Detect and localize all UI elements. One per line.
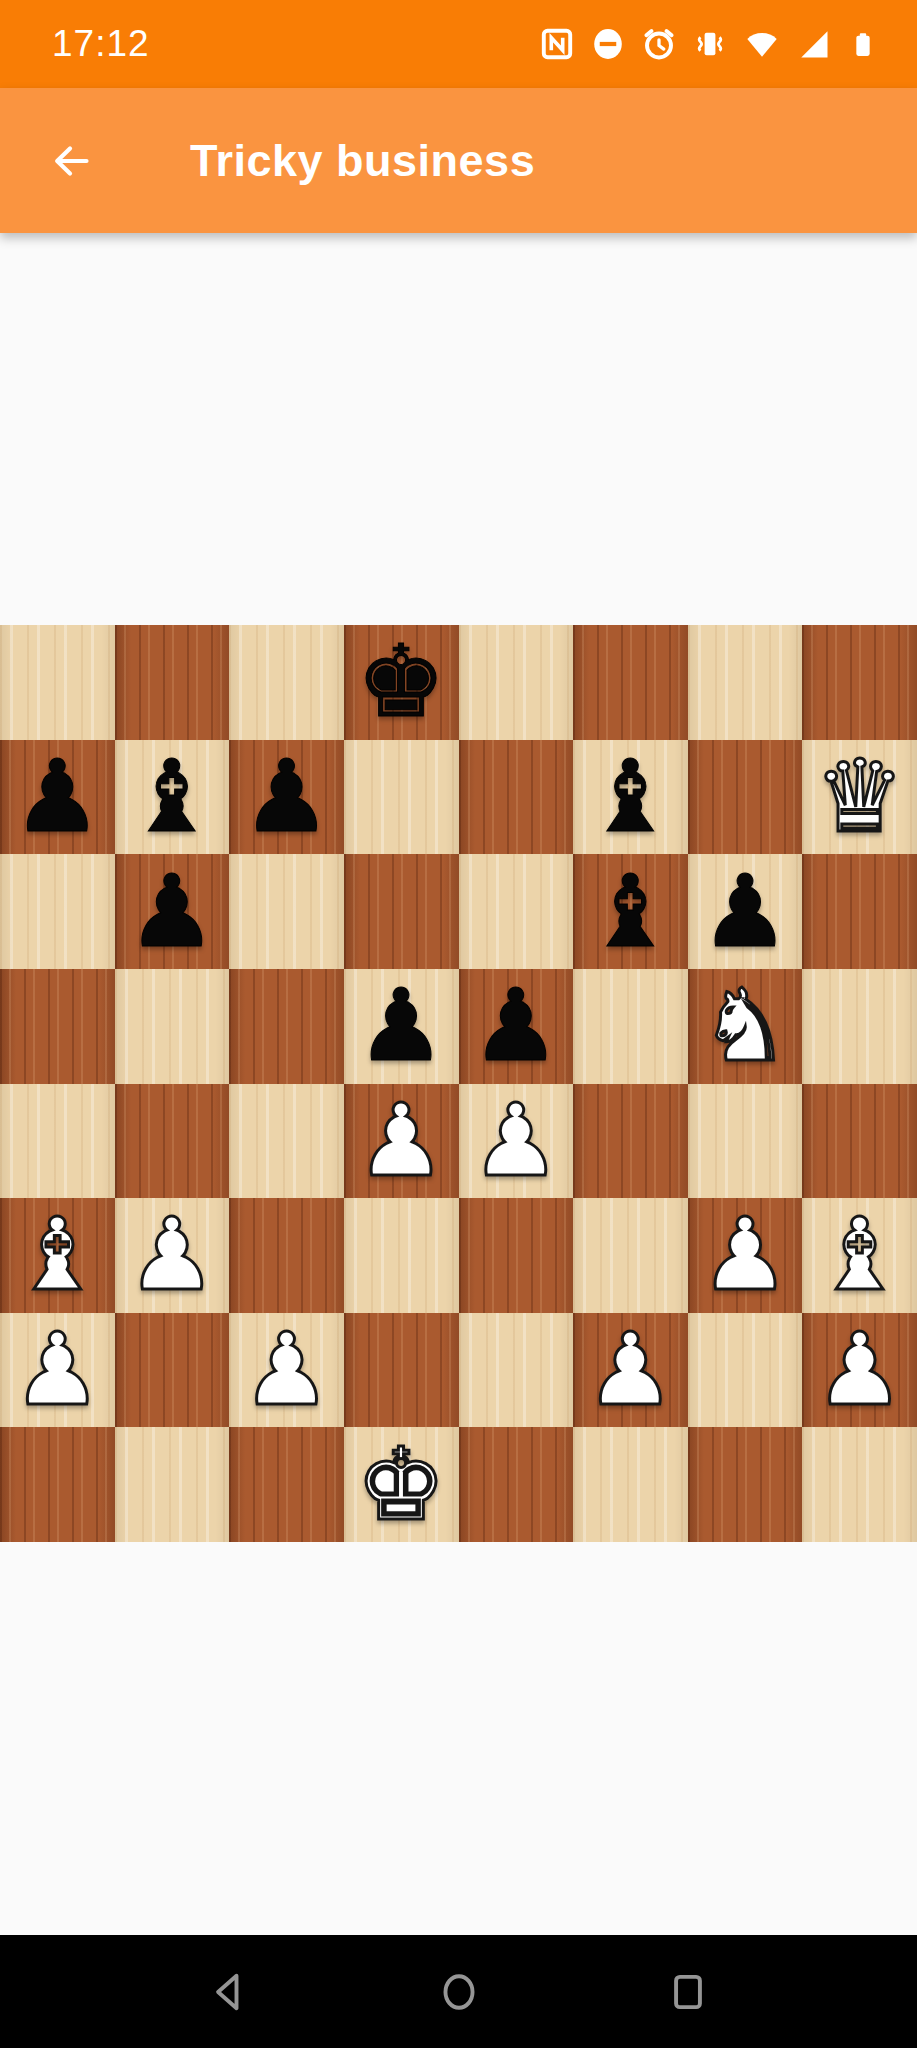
square-g2[interactable]: [688, 1313, 803, 1428]
white-bishop: ♝: [12, 1205, 102, 1305]
nav-recents-icon: [662, 1966, 714, 2018]
white-pawn: ♟: [242, 1320, 332, 1420]
black-pawn: ♟: [700, 862, 790, 962]
square-d6[interactable]: [344, 854, 459, 969]
square-f5[interactable]: [573, 969, 688, 1084]
black-pawn: ♟: [12, 747, 102, 847]
content-area-top: [0, 233, 917, 625]
black-king: ♚: [356, 632, 446, 732]
square-h4[interactable]: [802, 1084, 917, 1199]
square-f1[interactable]: [573, 1427, 688, 1542]
square-b4[interactable]: [115, 1084, 230, 1199]
square-h7[interactable]: ♛: [802, 740, 917, 855]
square-e6[interactable]: [459, 854, 574, 969]
black-bishop: ♝: [127, 747, 217, 847]
square-a3[interactable]: ♝: [0, 1198, 115, 1313]
square-e5[interactable]: ♟: [459, 969, 574, 1084]
white-pawn: ♟: [471, 1091, 561, 1191]
square-c7[interactable]: ♟: [229, 740, 344, 855]
status-bar: 17:12: [0, 0, 917, 88]
battery-icon: [847, 26, 879, 62]
black-pawn: ♟: [127, 862, 217, 962]
square-d3[interactable]: [344, 1198, 459, 1313]
square-b5[interactable]: [115, 969, 230, 1084]
arrow-left-icon: [48, 139, 92, 183]
android-nav-bar: [0, 1935, 917, 2048]
chess-board[interactable]: ♚♟♝♟♝♛♟♝♟♟♟♞♟♟♝♟♟♝♟♟♟♟♚: [0, 625, 917, 1542]
square-h6[interactable]: [802, 854, 917, 969]
white-pawn: ♟: [586, 1320, 676, 1420]
square-b7[interactable]: ♝: [115, 740, 230, 855]
square-g3[interactable]: ♟: [688, 1198, 803, 1313]
square-g5[interactable]: ♞: [688, 969, 803, 1084]
vibrate-icon: [692, 26, 728, 62]
square-a1[interactable]: [0, 1427, 115, 1542]
black-pawn: ♟: [242, 747, 332, 847]
square-d8[interactable]: ♚: [344, 625, 459, 740]
white-king: ♚: [356, 1435, 446, 1535]
square-b1[interactable]: [115, 1427, 230, 1542]
square-h5[interactable]: [802, 969, 917, 1084]
square-c2[interactable]: ♟: [229, 1313, 344, 1428]
cell-signal-icon: [796, 26, 832, 62]
status-icons: [539, 26, 879, 62]
nav-home-button[interactable]: [429, 1962, 489, 2022]
white-pawn: ♟: [815, 1320, 905, 1420]
square-h3[interactable]: ♝: [802, 1198, 917, 1313]
white-bishop: ♝: [815, 1205, 905, 1305]
square-f4[interactable]: [573, 1084, 688, 1199]
square-a5[interactable]: [0, 969, 115, 1084]
square-e7[interactable]: [459, 740, 574, 855]
square-h1[interactable]: [802, 1427, 917, 1542]
square-g1[interactable]: [688, 1427, 803, 1542]
white-pawn: ♟: [356, 1091, 446, 1191]
square-h2[interactable]: ♟: [802, 1313, 917, 1428]
alarm-icon: [641, 26, 677, 62]
square-d1[interactable]: ♚: [344, 1427, 459, 1542]
square-g4[interactable]: [688, 1084, 803, 1199]
square-c6[interactable]: [229, 854, 344, 969]
square-b3[interactable]: ♟: [115, 1198, 230, 1313]
square-b8[interactable]: [115, 625, 230, 740]
square-f6[interactable]: ♝: [573, 854, 688, 969]
square-e3[interactable]: [459, 1198, 574, 1313]
black-bishop: ♝: [586, 747, 676, 847]
square-f2[interactable]: ♟: [573, 1313, 688, 1428]
nav-back-button[interactable]: [200, 1962, 260, 2022]
nav-back-icon: [204, 1966, 256, 2018]
black-bishop: ♝: [586, 862, 676, 962]
square-c4[interactable]: [229, 1084, 344, 1199]
square-d4[interactable]: ♟: [344, 1084, 459, 1199]
white-knight: ♞: [700, 976, 790, 1076]
square-a6[interactable]: [0, 854, 115, 969]
square-f7[interactable]: ♝: [573, 740, 688, 855]
square-a8[interactable]: [0, 625, 115, 740]
square-d5[interactable]: ♟: [344, 969, 459, 1084]
square-e2[interactable]: [459, 1313, 574, 1428]
back-button[interactable]: [42, 133, 98, 189]
white-queen: ♛: [815, 747, 905, 847]
square-a2[interactable]: ♟: [0, 1313, 115, 1428]
clock-text: 17:12: [52, 23, 150, 65]
square-a4[interactable]: [0, 1084, 115, 1199]
app-bar: Tricky business: [0, 88, 917, 233]
square-g8[interactable]: [688, 625, 803, 740]
white-pawn: ♟: [700, 1205, 790, 1305]
square-f3[interactable]: [573, 1198, 688, 1313]
nav-home-icon: [433, 1966, 485, 2018]
square-c1[interactable]: [229, 1427, 344, 1542]
black-pawn: ♟: [356, 976, 446, 1076]
content-area-bottom: [0, 1542, 917, 1935]
nav-recents-button[interactable]: [658, 1962, 718, 2022]
square-c5[interactable]: [229, 969, 344, 1084]
square-d2[interactable]: [344, 1313, 459, 1428]
square-b6[interactable]: ♟: [115, 854, 230, 969]
white-pawn: ♟: [12, 1320, 102, 1420]
square-g6[interactable]: ♟: [688, 854, 803, 969]
do-not-disturb-icon: [590, 26, 626, 62]
white-pawn: ♟: [127, 1205, 217, 1305]
square-g7[interactable]: [688, 740, 803, 855]
nfc-icon: [539, 26, 575, 62]
square-d7[interactable]: [344, 740, 459, 855]
page-title: Tricky business: [190, 135, 535, 187]
wifi-icon: [743, 26, 781, 62]
square-e1[interactable]: [459, 1427, 574, 1542]
square-f8[interactable]: [573, 625, 688, 740]
black-pawn: ♟: [471, 976, 561, 1076]
square-e4[interactable]: ♟: [459, 1084, 574, 1199]
square-e8[interactable]: [459, 625, 574, 740]
square-a7[interactable]: ♟: [0, 740, 115, 855]
square-b2[interactable]: [115, 1313, 230, 1428]
square-c3[interactable]: [229, 1198, 344, 1313]
square-h8[interactable]: [802, 625, 917, 740]
square-c8[interactable]: [229, 625, 344, 740]
